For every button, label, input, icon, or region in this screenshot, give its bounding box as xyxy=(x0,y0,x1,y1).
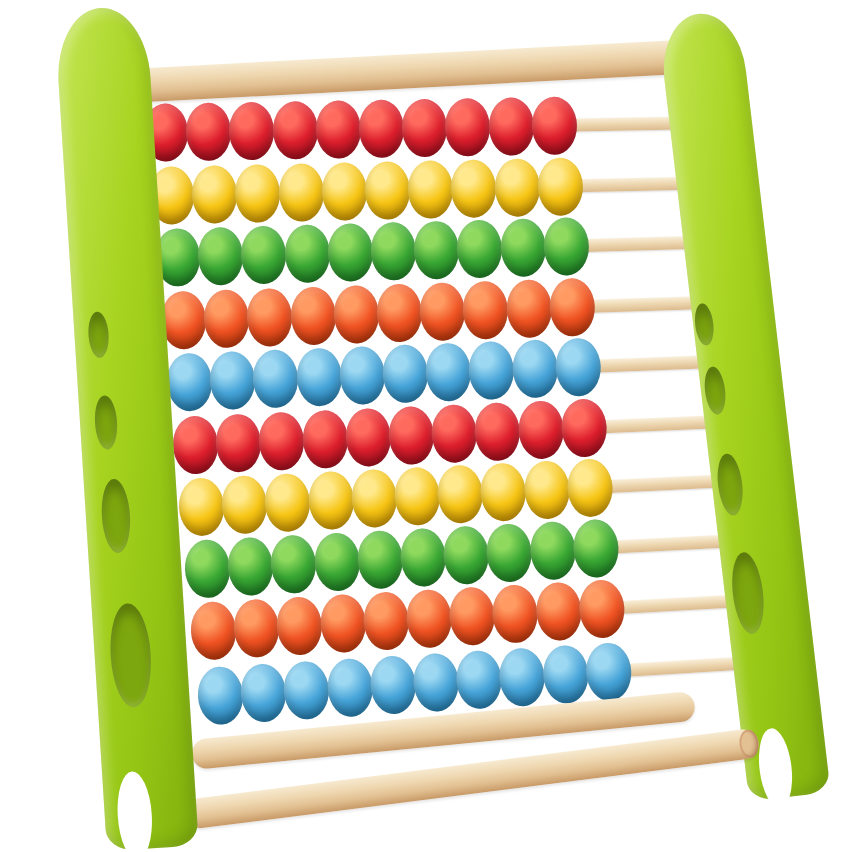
frame-hole xyxy=(93,395,118,450)
bead-green[interactable] xyxy=(227,536,275,596)
bead-yellow[interactable] xyxy=(278,163,324,222)
bead-orange[interactable] xyxy=(419,282,466,341)
bead-green[interactable] xyxy=(313,532,361,592)
bead-green[interactable] xyxy=(413,221,460,280)
bead-red[interactable] xyxy=(315,100,361,159)
bead-row-1-red xyxy=(142,94,692,162)
bead-red[interactable] xyxy=(301,409,348,469)
bead-blue[interactable] xyxy=(239,663,287,724)
bead-yellow[interactable] xyxy=(350,468,398,528)
bead-green[interactable] xyxy=(529,521,577,581)
bead-yellow[interactable] xyxy=(307,471,355,531)
frame-hole xyxy=(702,366,727,416)
bead-blue[interactable] xyxy=(425,342,472,402)
bead-orange[interactable] xyxy=(189,601,237,661)
bead-red[interactable] xyxy=(431,404,478,464)
bead-blue[interactable] xyxy=(252,349,299,409)
bead-blue[interactable] xyxy=(498,647,546,708)
bead-green[interactable] xyxy=(572,518,620,578)
bead-orange[interactable] xyxy=(376,283,423,342)
bead-orange[interactable] xyxy=(233,598,281,658)
bead-orange[interactable] xyxy=(362,591,410,651)
bead-red[interactable] xyxy=(358,99,404,158)
bead-blue[interactable] xyxy=(554,337,601,397)
bead-green[interactable] xyxy=(456,219,503,278)
bead-blue[interactable] xyxy=(511,339,558,399)
bead-green[interactable] xyxy=(197,227,244,286)
bead-orange[interactable] xyxy=(405,588,453,648)
bead-blue[interactable] xyxy=(209,351,256,411)
bead-orange[interactable] xyxy=(534,581,582,641)
bead-red[interactable] xyxy=(445,98,491,157)
bead-red[interactable] xyxy=(488,97,534,156)
bead-green[interactable] xyxy=(183,539,231,599)
bead-red[interactable] xyxy=(186,102,232,161)
bead-green[interactable] xyxy=(327,223,374,282)
foot-notch xyxy=(755,727,796,810)
bead-red[interactable] xyxy=(272,101,318,160)
abacus-toy xyxy=(0,0,852,852)
bead-green[interactable] xyxy=(442,525,490,585)
bead-blue[interactable] xyxy=(369,655,417,716)
bead-red[interactable] xyxy=(172,415,219,475)
bead-yellow[interactable] xyxy=(407,160,453,219)
bead-orange[interactable] xyxy=(203,289,250,348)
bead-green[interactable] xyxy=(356,530,404,590)
bead-green[interactable] xyxy=(241,225,288,284)
bead-orange[interactable] xyxy=(505,279,552,338)
bead-yellow[interactable] xyxy=(364,161,410,220)
bead-orange[interactable] xyxy=(333,285,380,344)
frame-hole xyxy=(87,311,110,358)
bead-yellow[interactable] xyxy=(436,464,484,524)
bead-orange[interactable] xyxy=(448,586,496,646)
bead-yellow[interactable] xyxy=(192,165,238,224)
bead-blue[interactable] xyxy=(382,344,429,404)
frame-hole xyxy=(100,478,133,554)
bead-orange[interactable] xyxy=(246,288,293,347)
bead-yellow[interactable] xyxy=(566,458,614,518)
bead-green[interactable] xyxy=(399,527,447,587)
bead-blue[interactable] xyxy=(339,346,386,406)
bead-orange[interactable] xyxy=(319,593,367,653)
bead-row-2-yellow xyxy=(148,155,700,225)
bead-green[interactable] xyxy=(485,523,533,583)
bead-orange[interactable] xyxy=(462,280,509,339)
bead-red[interactable] xyxy=(258,411,305,471)
bead-blue[interactable] xyxy=(326,657,374,718)
bead-yellow[interactable] xyxy=(537,157,583,216)
bead-yellow[interactable] xyxy=(480,462,528,522)
frame-hole xyxy=(693,302,716,346)
bead-red[interactable] xyxy=(215,413,262,473)
bead-orange[interactable] xyxy=(276,596,324,656)
bead-blue[interactable] xyxy=(584,642,632,703)
bead-yellow[interactable] xyxy=(321,162,367,221)
bead-green[interactable] xyxy=(370,222,417,281)
bead-green[interactable] xyxy=(270,534,318,594)
bead-yellow[interactable] xyxy=(393,466,441,526)
bead-blue[interactable] xyxy=(455,649,503,710)
bead-yellow[interactable] xyxy=(494,158,540,217)
frame-hole xyxy=(715,452,746,516)
bead-yellow[interactable] xyxy=(451,159,497,218)
bead-blue[interactable] xyxy=(196,665,244,726)
bead-red[interactable] xyxy=(531,96,577,155)
bead-red[interactable] xyxy=(560,398,607,458)
bead-yellow[interactable] xyxy=(221,475,269,535)
bead-red[interactable] xyxy=(388,406,435,466)
bead-blue[interactable] xyxy=(282,660,330,721)
bead-red[interactable] xyxy=(474,402,521,462)
bead-green[interactable] xyxy=(284,224,331,283)
bead-yellow[interactable] xyxy=(523,460,571,520)
frame-hole xyxy=(728,551,767,636)
bead-orange[interactable] xyxy=(578,579,626,639)
bead-yellow[interactable] xyxy=(264,473,312,533)
bead-red[interactable] xyxy=(402,99,448,158)
bead-orange[interactable] xyxy=(290,286,337,345)
bead-blue[interactable] xyxy=(412,652,460,713)
bead-blue[interactable] xyxy=(541,644,589,705)
top-rail xyxy=(127,39,694,103)
bead-yellow[interactable] xyxy=(235,164,281,223)
bead-blue[interactable] xyxy=(468,341,515,401)
bead-red[interactable] xyxy=(517,400,564,460)
bead-green[interactable] xyxy=(543,217,590,276)
bead-green[interactable] xyxy=(500,218,547,277)
bead-yellow[interactable] xyxy=(178,477,226,537)
bead-blue[interactable] xyxy=(166,352,213,412)
bead-orange[interactable] xyxy=(491,584,539,644)
bead-blue[interactable] xyxy=(295,347,342,407)
foot-notch xyxy=(115,770,154,852)
frame-hole xyxy=(107,602,153,708)
bead-red[interactable] xyxy=(344,408,391,468)
bead-red[interactable] xyxy=(229,102,275,161)
bead-orange[interactable] xyxy=(549,278,596,337)
